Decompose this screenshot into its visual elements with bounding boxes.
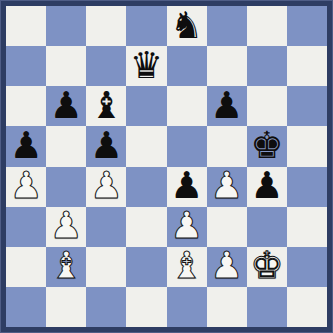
square-f4[interactable]: ♟ — [207, 167, 247, 207]
black-queen[interactable]: ♛ — [130, 47, 163, 84]
square-c4[interactable]: ♟ — [86, 167, 126, 207]
square-g3[interactable] — [247, 207, 287, 247]
board-frame: ♞♛♟♝♟♟♟♚♟♟♟♟♟♟♟♝♝♟♚ — [0, 0, 333, 333]
white-pawn[interactable]: ♟ — [210, 167, 243, 204]
square-h4[interactable] — [287, 167, 327, 207]
square-e6[interactable] — [167, 86, 207, 126]
square-h1[interactable] — [287, 287, 327, 327]
square-a8[interactable] — [6, 6, 46, 46]
square-b4[interactable] — [46, 167, 86, 207]
square-g2[interactable]: ♚ — [247, 247, 287, 287]
square-e4[interactable]: ♟ — [167, 167, 207, 207]
square-c3[interactable] — [86, 207, 126, 247]
black-pawn[interactable]: ♟ — [250, 167, 283, 204]
square-a7[interactable] — [6, 46, 46, 86]
square-h8[interactable] — [287, 6, 327, 46]
square-b1[interactable] — [46, 287, 86, 327]
square-c7[interactable] — [86, 46, 126, 86]
square-c8[interactable] — [86, 6, 126, 46]
square-e3[interactable]: ♟ — [167, 207, 207, 247]
square-f7[interactable] — [207, 46, 247, 86]
square-c2[interactable] — [86, 247, 126, 287]
square-g7[interactable] — [247, 46, 287, 86]
white-king[interactable]: ♚ — [250, 247, 283, 284]
white-pawn[interactable]: ♟ — [50, 207, 83, 244]
square-e2[interactable]: ♝ — [167, 247, 207, 287]
square-b5[interactable] — [46, 126, 86, 166]
square-d6[interactable] — [126, 86, 166, 126]
square-b6[interactable]: ♟ — [46, 86, 86, 126]
square-d1[interactable] — [126, 287, 166, 327]
square-a6[interactable] — [6, 86, 46, 126]
square-g1[interactable] — [247, 287, 287, 327]
square-d3[interactable] — [126, 207, 166, 247]
square-f1[interactable] — [207, 287, 247, 327]
square-f6[interactable]: ♟ — [207, 86, 247, 126]
square-b2[interactable]: ♝ — [46, 247, 86, 287]
square-a4[interactable]: ♟ — [6, 167, 46, 207]
square-a1[interactable] — [6, 287, 46, 327]
white-bishop[interactable]: ♝ — [170, 247, 203, 284]
square-h7[interactable] — [287, 46, 327, 86]
black-bishop[interactable]: ♝ — [90, 87, 123, 124]
black-pawn[interactable]: ♟ — [170, 167, 203, 204]
square-e1[interactable] — [167, 287, 207, 327]
square-h6[interactable] — [287, 86, 327, 126]
black-pawn[interactable]: ♟ — [210, 87, 243, 124]
square-g5[interactable]: ♚ — [247, 126, 287, 166]
square-g8[interactable] — [247, 6, 287, 46]
square-c6[interactable]: ♝ — [86, 86, 126, 126]
square-d5[interactable] — [126, 126, 166, 166]
square-g4[interactable]: ♟ — [247, 167, 287, 207]
white-bishop[interactable]: ♝ — [50, 247, 83, 284]
black-pawn[interactable]: ♟ — [50, 87, 83, 124]
square-a2[interactable] — [6, 247, 46, 287]
square-d7[interactable]: ♛ — [126, 46, 166, 86]
square-b7[interactable] — [46, 46, 86, 86]
white-pawn[interactable]: ♟ — [90, 167, 123, 204]
square-c5[interactable]: ♟ — [86, 126, 126, 166]
white-pawn[interactable]: ♟ — [210, 247, 243, 284]
square-e5[interactable] — [167, 126, 207, 166]
chess-board: ♞♛♟♝♟♟♟♚♟♟♟♟♟♟♟♝♝♟♚ — [6, 6, 327, 327]
square-d2[interactable] — [126, 247, 166, 287]
square-d4[interactable] — [126, 167, 166, 207]
square-f3[interactable] — [207, 207, 247, 247]
black-pawn[interactable]: ♟ — [9, 127, 42, 164]
square-f5[interactable] — [207, 126, 247, 166]
square-f2[interactable]: ♟ — [207, 247, 247, 287]
square-f8[interactable] — [207, 6, 247, 46]
square-a5[interactable]: ♟ — [6, 126, 46, 166]
white-pawn[interactable]: ♟ — [9, 167, 42, 204]
white-pawn[interactable]: ♟ — [170, 207, 203, 244]
square-g6[interactable] — [247, 86, 287, 126]
square-e7[interactable] — [167, 46, 207, 86]
black-king[interactable]: ♚ — [250, 127, 283, 164]
square-b8[interactable] — [46, 6, 86, 46]
square-a3[interactable] — [6, 207, 46, 247]
square-e8[interactable]: ♞ — [167, 6, 207, 46]
square-c1[interactable] — [86, 287, 126, 327]
square-d8[interactable] — [126, 6, 166, 46]
black-knight[interactable]: ♞ — [170, 7, 203, 44]
black-pawn[interactable]: ♟ — [90, 127, 123, 164]
square-h5[interactable] — [287, 126, 327, 166]
square-h3[interactable] — [287, 207, 327, 247]
square-b3[interactable]: ♟ — [46, 207, 86, 247]
square-h2[interactable] — [287, 247, 327, 287]
